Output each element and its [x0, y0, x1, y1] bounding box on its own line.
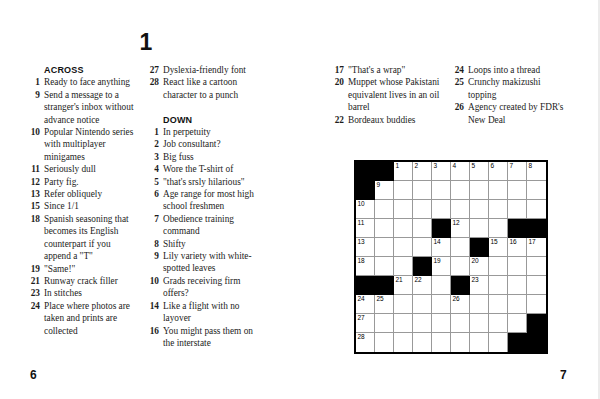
clue-number: 10 [29, 126, 40, 138]
cell-number: 17 [529, 238, 536, 246]
clue-text: Refer obliquely [44, 188, 139, 200]
grid-cell[interactable]: 4 [451, 162, 470, 181]
grid-cell[interactable] [451, 238, 470, 257]
down-clue-list-continued: 17"That's a wrap"20Muppet whose Pakistan… [333, 64, 459, 126]
clue-text: In stitches [44, 287, 139, 299]
clue: 1In perpetuity [148, 126, 263, 138]
grid-cell[interactable] [489, 181, 508, 200]
clue: 10Grads receiving firm offers? [148, 275, 263, 300]
grid-cell[interactable] [394, 200, 413, 219]
clue: 7Obedience training command [148, 213, 263, 238]
grid-cell[interactable]: 21 [394, 276, 413, 295]
cell-number: 21 [396, 276, 403, 284]
clue: 21Runway crack filler [29, 275, 141, 287]
clue: 6Age range for most high school freshmen [148, 188, 263, 213]
clue-number: 23 [29, 287, 40, 299]
clue-text: "that's srsly hilarious" [163, 176, 261, 188]
grid-cell[interactable] [432, 314, 451, 333]
cell-number: 7 [510, 162, 514, 170]
clue: 20Muppet whose Pakistani equivalent live… [333, 76, 459, 113]
grid-cell-black [432, 219, 451, 238]
grid-cell[interactable]: 7 [508, 162, 527, 181]
grid-cell[interactable] [451, 314, 470, 333]
grid-cell[interactable] [451, 333, 470, 352]
clue-number: 4 [148, 163, 159, 175]
puzzle-title: 1 [130, 29, 162, 56]
clue-text: Party fig. [44, 176, 139, 188]
grid-cell[interactable]: 19 [432, 257, 451, 276]
clue-number: 9 [29, 89, 40, 101]
cell-number: 9 [377, 181, 381, 189]
clue-number: 14 [148, 300, 159, 312]
cell-number: 19 [434, 257, 441, 265]
grid-cell-black [508, 219, 527, 238]
clue: 17"That's a wrap" [333, 64, 459, 76]
clue-number: 27 [148, 64, 159, 76]
grid-cell-black [413, 257, 432, 276]
clue-text: Loops into a thread [468, 64, 568, 76]
grid-cell-black [375, 276, 394, 295]
clue-text: Seriously dull [44, 163, 139, 175]
cell-number: 5 [472, 162, 476, 170]
grid-cell[interactable]: 9 [375, 181, 394, 200]
cell-number: 14 [434, 238, 441, 246]
clue-text: Obedience training command [163, 213, 261, 238]
down-clue-list: 1In perpetuity2Job consultant?3Big fuss4… [148, 126, 263, 349]
cell-number: 23 [472, 276, 479, 284]
page-number-right: 7 [560, 368, 567, 382]
grid-cell[interactable] [508, 295, 527, 314]
cell-number: 22 [415, 276, 422, 284]
grid-cell-black [508, 333, 527, 352]
cell-number: 12 [453, 219, 460, 227]
clue-column-2: 27Dyslexia-friendly font28React like a c… [148, 64, 263, 349]
grid-cell[interactable] [470, 181, 489, 200]
clue-number: 16 [148, 325, 159, 337]
cell-number: 3 [434, 162, 438, 170]
grid-cell[interactable]: 14 [432, 238, 451, 257]
grid-cell[interactable] [394, 238, 413, 257]
grid-cell[interactable] [394, 257, 413, 276]
clue-text: React like a cartoon character to a punc… [163, 76, 261, 101]
grid-cell[interactable] [527, 200, 546, 219]
across-clue-list: 1Ready to face anything9Send a message t… [29, 76, 141, 337]
cell-number: 27 [358, 314, 365, 322]
grid-cell-black [356, 276, 375, 295]
clue-number: 2 [148, 138, 159, 150]
clue: 23In stitches [29, 287, 141, 299]
clue: 11Seriously dull [29, 163, 141, 175]
cell-number: 11 [358, 219, 365, 227]
grid-cell[interactable] [432, 276, 451, 295]
grid-cell-black [527, 314, 546, 333]
grid-cell[interactable]: 20 [470, 257, 489, 276]
clue: 14Like a flight with no layover [148, 300, 263, 325]
cell-number: 20 [472, 257, 479, 265]
clue-number: 6 [148, 188, 159, 200]
grid-cell-black [375, 162, 394, 181]
grid-cell[interactable]: 17 [527, 238, 546, 257]
grid-cell-black [451, 276, 470, 295]
clue-number: 24 [453, 64, 464, 76]
clue-text: "Same!" [44, 263, 139, 275]
grid-cell[interactable] [413, 333, 432, 352]
cell-number: 8 [529, 162, 533, 170]
grid-cell[interactable] [375, 314, 394, 333]
clue-number: 26 [453, 101, 464, 113]
clue: 4Wore the T-shirt of [148, 163, 263, 175]
clue: 5"that's srsly hilarious" [148, 176, 263, 188]
cell-number: 1 [396, 162, 400, 170]
grid-cell[interactable]: 2 [413, 162, 432, 181]
clue-number: 8 [148, 238, 159, 250]
clue: 1Ready to face anything [29, 76, 141, 88]
grid-cell[interactable]: 27 [356, 314, 375, 333]
clue-number: 15 [29, 200, 40, 212]
clue: 28React like a cartoon character to a pu… [148, 76, 263, 101]
grid-cell[interactable] [413, 295, 432, 314]
grid-cell[interactable] [375, 238, 394, 257]
grid-cell[interactable] [394, 314, 413, 333]
clue-text: Dyslexia-friendly font [163, 64, 261, 76]
clue-column-3: 17"That's a wrap"20Muppet whose Pakistan… [333, 64, 459, 126]
clue-text: You might pass them on the interstate [163, 325, 261, 350]
grid-cell[interactable] [413, 181, 432, 200]
grid-cell[interactable] [489, 219, 508, 238]
grid-cell[interactable] [508, 276, 527, 295]
clue-number: 25 [453, 76, 464, 88]
grid-cell[interactable]: 12 [451, 219, 470, 238]
clue: 25Crunchy makizushi topping [453, 76, 571, 101]
grid-cell[interactable]: 22 [413, 276, 432, 295]
clue-number: 28 [148, 76, 159, 88]
clue-number: 22 [333, 114, 344, 126]
grid-cell[interactable] [489, 295, 508, 314]
clue-number: 3 [148, 151, 159, 163]
clue: 13Refer obliquely [29, 188, 141, 200]
grid-cell[interactable]: 25 [375, 295, 394, 314]
clue-text: Ready to face anything [44, 76, 139, 88]
grid-cell[interactable] [470, 295, 489, 314]
grid-cell-black [527, 333, 546, 352]
clue-text: Popular Nintendo series with multiplayer… [44, 126, 139, 163]
cell-number: 4 [453, 162, 457, 170]
clue-number: 19 [29, 263, 40, 275]
across-header: ACROSS [44, 64, 141, 76]
clue-text: Age range for most high school freshmen [163, 188, 261, 213]
clue-number: 13 [29, 188, 40, 200]
clue: 22Bordeaux buddies [333, 114, 459, 126]
clue-text: Agency created by FDR's New Deal [468, 101, 568, 126]
grid-cell[interactable]: 1 [394, 162, 413, 181]
clue-number: 24 [29, 300, 40, 312]
down-header: DOWN [163, 114, 263, 126]
across-clue-list-continued: 27Dyslexia-friendly font28React like a c… [148, 64, 263, 101]
grid-cell[interactable]: 18 [356, 257, 375, 276]
clue-number: 12 [29, 176, 40, 188]
grid-cell[interactable] [413, 238, 432, 257]
clue-text: Shifty [163, 238, 261, 250]
clue-text: Like a flight with no layover [163, 300, 261, 325]
clue: 3Big fuss [148, 151, 263, 163]
grid-cell[interactable] [489, 257, 508, 276]
grid-cell[interactable]: 8 [527, 162, 546, 181]
clue-column-4: 24Loops into a thread25Crunchy makizushi… [453, 64, 571, 126]
grid-cell[interactable] [413, 219, 432, 238]
clue-text: Muppet whose Pakistani equivalent lives … [348, 76, 456, 113]
clue: 19"Same!" [29, 263, 141, 275]
down-clue-list-continued-2: 24Loops into a thread25Crunchy makizushi… [453, 64, 571, 126]
grid-cell-black [527, 219, 546, 238]
grid-cell[interactable] [527, 276, 546, 295]
clue-number: 9 [148, 250, 159, 262]
clue-text: In perpetuity [163, 126, 261, 138]
grid-cell[interactable] [375, 219, 394, 238]
clue-number: 17 [333, 64, 344, 76]
clue-text: Big fuss [163, 151, 261, 163]
clue-number: 18 [29, 213, 40, 225]
cell-number: 26 [453, 295, 460, 303]
grid-cell[interactable] [527, 295, 546, 314]
clue-text: Job consultant? [163, 138, 261, 150]
clue-text: Wore the T-shirt of [163, 163, 261, 175]
grid-cell[interactable] [489, 333, 508, 352]
clue-number: 7 [148, 213, 159, 225]
cell-number: 13 [358, 238, 365, 246]
clue: 9Lily variety with white-spotted leaves [148, 250, 263, 275]
clue-number: 11 [29, 163, 40, 175]
clue-number: 1 [29, 76, 40, 88]
clue-number: 10 [148, 275, 159, 287]
page-number-left: 6 [30, 368, 37, 382]
clue: 12Party fig. [29, 176, 141, 188]
grid-cell[interactable] [470, 219, 489, 238]
grid-cell[interactable] [394, 181, 413, 200]
clue: 18Spanish seasoning that becomes its Eng… [29, 213, 141, 263]
crossword-grid: 1234567891011121314151617181920212223242… [354, 160, 548, 354]
grid-cell[interactable]: 5 [470, 162, 489, 181]
grid-cell[interactable] [489, 276, 508, 295]
clue-text: Crunchy makizushi topping [468, 76, 568, 101]
cell-number: 18 [358, 257, 365, 265]
grid-cell[interactable] [489, 314, 508, 333]
grid-cell[interactable] [432, 181, 451, 200]
cell-number: 24 [358, 295, 365, 303]
grid-cell[interactable] [432, 295, 451, 314]
grid-cell[interactable] [470, 333, 489, 352]
grid-cell-black [356, 181, 375, 200]
cell-number: 10 [358, 200, 365, 208]
grid-cell[interactable]: 6 [489, 162, 508, 181]
grid-cell[interactable]: 3 [432, 162, 451, 181]
clue-text: Since 1/1 [44, 200, 139, 212]
grid-cell[interactable] [432, 333, 451, 352]
grid-cell-black [356, 162, 375, 181]
grid-cell[interactable]: 11 [356, 219, 375, 238]
grid-cell[interactable]: 26 [451, 295, 470, 314]
grid-cell[interactable] [451, 257, 470, 276]
cell-number: 25 [377, 295, 384, 303]
grid-cell[interactable] [375, 333, 394, 352]
grid-cell[interactable] [527, 257, 546, 276]
clue-text: Place where photos are taken and prints … [44, 300, 139, 337]
grid-cell[interactable]: 10 [356, 200, 375, 219]
clue-text: Lily variety with white-spotted leaves [163, 250, 261, 275]
clue-text: Grads receiving firm offers? [163, 275, 261, 300]
grid-cell[interactable] [451, 200, 470, 219]
grid-cell-black [470, 238, 489, 257]
clue-text: Spanish seasoning that becomes its Engli… [44, 213, 139, 263]
clue: 10Popular Nintendo series with multiplay… [29, 126, 141, 163]
book-spread: { "game": "crossword", "puzzle_number": … [0, 0, 600, 399]
grid-cell[interactable] [508, 181, 527, 200]
grid-cell[interactable] [527, 181, 546, 200]
grid-cell[interactable] [413, 314, 432, 333]
cell-number: 2 [415, 162, 419, 170]
grid-cell[interactable] [394, 295, 413, 314]
grid-cell[interactable] [508, 257, 527, 276]
grid-cell[interactable] [394, 219, 413, 238]
clue: 8Shifty [148, 238, 263, 250]
grid-cell[interactable] [508, 314, 527, 333]
grid-cell[interactable] [413, 200, 432, 219]
clue-number: 20 [333, 76, 344, 88]
clue-number: 5 [148, 176, 159, 188]
grid-cell[interactable]: 16 [508, 238, 527, 257]
cell-number: 6 [491, 162, 495, 170]
grid-cell[interactable] [451, 181, 470, 200]
cell-number: 28 [358, 333, 365, 341]
grid-cell[interactable] [394, 333, 413, 352]
clue-number: 21 [29, 275, 40, 287]
grid-cell[interactable]: 13 [356, 238, 375, 257]
clue: 15Since 1/1 [29, 200, 141, 212]
grid-cell[interactable] [489, 200, 508, 219]
clue: 24Place where photos are taken and print… [29, 300, 141, 337]
clue-number: 1 [148, 126, 159, 138]
clue: 24Loops into a thread [453, 64, 571, 76]
cell-number: 15 [491, 238, 498, 246]
grid-cell[interactable] [470, 314, 489, 333]
cell-number: 16 [510, 238, 517, 246]
clue: 27Dyslexia-friendly font [148, 64, 263, 76]
clue-column-1: ACROSS 1Ready to face anything9Send a me… [29, 64, 141, 337]
clue: 26Agency created by FDR's New Deal [453, 101, 571, 126]
grid-cell[interactable] [508, 200, 527, 219]
grid-cell[interactable] [470, 200, 489, 219]
clue-text: "That's a wrap" [348, 64, 456, 76]
clue-text: Runway crack filler [44, 275, 139, 287]
clue-text: Send a message to a stranger's inbox wit… [44, 89, 139, 126]
grid-cell[interactable]: 28 [356, 333, 375, 352]
clue: 2Job consultant? [148, 138, 263, 150]
grid-cell[interactable] [375, 200, 394, 219]
grid-cell[interactable]: 23 [470, 276, 489, 295]
clue: 16You might pass them on the interstate [148, 325, 263, 350]
grid-cell[interactable] [432, 200, 451, 219]
clue: 9Send a message to a stranger's inbox wi… [29, 89, 141, 126]
grid-cell[interactable]: 15 [489, 238, 508, 257]
clue-text: Bordeaux buddies [348, 114, 456, 126]
grid-cell[interactable] [375, 257, 394, 276]
grid-cell[interactable]: 24 [356, 295, 375, 314]
